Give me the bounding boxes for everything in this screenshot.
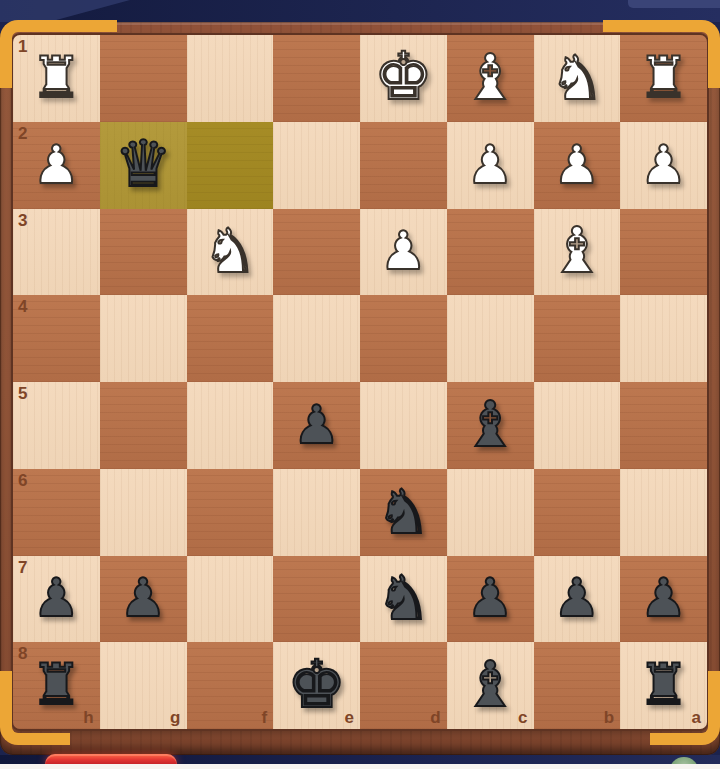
rank-label-5: 5 [18, 385, 27, 402]
square-g5[interactable] [100, 382, 187, 469]
file-label-b: b [604, 709, 614, 726]
square-c1[interactable]: ♝ [447, 35, 534, 122]
board-frame: 1♜♚♝♞♜2♟♛♟♟♟3♞♟♝45♟♝6♞7♟♟♞♟♟♟8h♜gfe♚dc♝b… [0, 22, 720, 755]
square-e4[interactable] [273, 295, 360, 382]
file-label-a: a [692, 709, 701, 726]
square-c7[interactable]: ♟ [447, 556, 534, 643]
square-f1[interactable] [187, 35, 274, 122]
piece-white-pawn[interactable]: ♟ [380, 224, 428, 277]
square-b2[interactable]: ♟ [534, 122, 621, 209]
piece-black-pawn[interactable]: ♟ [119, 571, 167, 624]
square-f6[interactable] [187, 469, 274, 556]
square-h1[interactable]: 1♜ [13, 35, 100, 122]
square-b3[interactable]: ♝ [534, 209, 621, 296]
square-e1[interactable] [273, 35, 360, 122]
square-e2[interactable] [273, 122, 360, 209]
piece-white-bishop[interactable]: ♝ [462, 46, 518, 109]
square-a2[interactable]: ♟ [620, 122, 707, 209]
file-label-g: g [170, 709, 180, 726]
piece-white-pawn[interactable]: ♟ [553, 138, 601, 191]
square-a7[interactable]: ♟ [620, 556, 707, 643]
rank-label-2: 2 [18, 125, 27, 142]
square-f2[interactable] [187, 122, 274, 209]
square-g1[interactable] [100, 35, 187, 122]
piece-white-bishop[interactable]: ♝ [549, 219, 605, 282]
square-g4[interactable] [100, 295, 187, 382]
piece-white-pawn[interactable]: ♟ [640, 138, 688, 191]
file-label-h: h [83, 709, 93, 726]
square-b8[interactable]: b [534, 642, 621, 729]
square-d6[interactable]: ♞ [360, 469, 447, 556]
square-c8[interactable]: c♝ [447, 642, 534, 729]
piece-white-rook[interactable]: ♜ [31, 49, 82, 106]
square-b7[interactable]: ♟ [534, 556, 621, 643]
piece-white-pawn[interactable]: ♟ [466, 138, 514, 191]
square-c6[interactable] [447, 469, 534, 556]
square-h2[interactable]: 2♟ [13, 122, 100, 209]
piece-black-bishop[interactable]: ♝ [462, 393, 518, 456]
rank-label-6: 6 [18, 472, 27, 489]
piece-black-rook[interactable]: ♜ [638, 656, 689, 713]
square-d2[interactable] [360, 122, 447, 209]
piece-white-pawn[interactable]: ♟ [33, 138, 81, 191]
square-f3[interactable]: ♞ [187, 209, 274, 296]
piece-black-king[interactable]: ♚ [287, 652, 346, 718]
file-label-c: c [518, 709, 527, 726]
piece-black-knight[interactable]: ♞ [376, 481, 431, 542]
square-a4[interactable] [620, 295, 707, 382]
square-d8[interactable]: d [360, 642, 447, 729]
square-a5[interactable] [620, 382, 707, 469]
piece-black-rook[interactable]: ♜ [31, 656, 82, 713]
square-f7[interactable] [187, 556, 274, 643]
piece-black-pawn[interactable]: ♟ [553, 571, 601, 624]
top-status-strip [0, 0, 720, 22]
square-d5[interactable] [360, 382, 447, 469]
piece-black-knight[interactable]: ♞ [376, 567, 431, 628]
square-a1[interactable]: ♜ [620, 35, 707, 122]
piece-white-rook[interactable]: ♜ [638, 49, 689, 106]
square-e6[interactable] [273, 469, 360, 556]
square-h8[interactable]: 8h♜ [13, 642, 100, 729]
square-c3[interactable] [447, 209, 534, 296]
square-h6[interactable]: 6 [13, 469, 100, 556]
top-strip-wedge [0, 0, 130, 22]
square-c4[interactable] [447, 295, 534, 382]
square-d1[interactable]: ♚ [360, 35, 447, 122]
piece-black-queen[interactable]: ♛ [114, 132, 171, 196]
square-f5[interactable] [187, 382, 274, 469]
piece-black-pawn[interactable]: ♟ [640, 571, 688, 624]
piece-black-pawn[interactable]: ♟ [466, 571, 514, 624]
square-b6[interactable] [534, 469, 621, 556]
rank-label-7: 7 [18, 559, 27, 576]
square-g8[interactable]: g [100, 642, 187, 729]
square-a6[interactable] [620, 469, 707, 556]
square-b5[interactable] [534, 382, 621, 469]
square-a3[interactable] [620, 209, 707, 296]
file-label-d: d [430, 709, 440, 726]
piece-black-pawn[interactable]: ♟ [293, 398, 341, 451]
square-e5[interactable]: ♟ [273, 382, 360, 469]
square-f8[interactable]: f [187, 642, 274, 729]
square-h3[interactable]: 3 [13, 209, 100, 296]
square-b4[interactable] [534, 295, 621, 382]
square-c2[interactable]: ♟ [447, 122, 534, 209]
square-e3[interactable] [273, 209, 360, 296]
square-g2[interactable]: ♛ [100, 122, 187, 209]
rank-label-3: 3 [18, 212, 27, 229]
piece-white-knight[interactable]: ♞ [550, 47, 605, 108]
square-e7[interactable] [273, 556, 360, 643]
top-strip-corner-light [628, 0, 720, 8]
square-a8[interactable]: a♜ [620, 642, 707, 729]
piece-black-pawn[interactable]: ♟ [33, 571, 81, 624]
file-label-f: f [262, 709, 268, 726]
square-h7[interactable]: 7♟ [13, 556, 100, 643]
square-h5[interactable]: 5 [13, 382, 100, 469]
bottom-panel-edge [0, 764, 720, 769]
square-h4[interactable]: 4 [13, 295, 100, 382]
square-c5[interactable]: ♝ [447, 382, 534, 469]
square-d4[interactable] [360, 295, 447, 382]
square-b1[interactable]: ♞ [534, 35, 621, 122]
piece-white-king[interactable]: ♚ [374, 44, 433, 110]
piece-white-knight[interactable]: ♞ [203, 220, 258, 281]
square-e8[interactable]: e♚ [273, 642, 360, 729]
rank-label-1: 1 [18, 38, 27, 55]
square-f4[interactable] [187, 295, 274, 382]
square-g6[interactable] [100, 469, 187, 556]
app-screen: 1♜♚♝♞♜2♟♛♟♟♟3♞♟♝45♟♝6♞7♟♟♞♟♟♟8h♜gfe♚dc♝b… [0, 0, 720, 769]
rank-label-4: 4 [18, 298, 27, 315]
rank-label-8: 8 [18, 645, 27, 662]
square-d7[interactable]: ♞ [360, 556, 447, 643]
square-g7[interactable]: ♟ [100, 556, 187, 643]
piece-black-bishop[interactable]: ♝ [462, 653, 518, 716]
square-d3[interactable]: ♟ [360, 209, 447, 296]
square-g3[interactable] [100, 209, 187, 296]
chess-board: 1♜♚♝♞♜2♟♛♟♟♟3♞♟♝45♟♝6♞7♟♟♞♟♟♟8h♜gfe♚dc♝b… [13, 35, 707, 729]
